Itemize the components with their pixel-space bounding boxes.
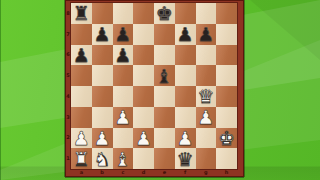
- file-label-c: c: [113, 169, 134, 176]
- square-c7[interactable]: ♟: [113, 24, 134, 45]
- square-a4[interactable]: [71, 86, 92, 107]
- square-h4[interactable]: [216, 86, 237, 107]
- square-h6[interactable]: [216, 45, 237, 66]
- square-g4[interactable]: ♛: [196, 86, 217, 107]
- square-b3[interactable]: [92, 107, 113, 128]
- piece-black-pawn[interactable]: ♟: [177, 24, 194, 44]
- square-g8[interactable]: [196, 3, 217, 24]
- square-e4[interactable]: [154, 86, 175, 107]
- file-label-d: d: [133, 169, 154, 176]
- square-f5[interactable]: [175, 65, 196, 86]
- square-g2[interactable]: [196, 128, 217, 149]
- square-g3[interactable]: ♟: [196, 107, 217, 128]
- square-e1[interactable]: [154, 148, 175, 169]
- piece-black-pawn[interactable]: ♟: [73, 44, 90, 64]
- square-d5[interactable]: [133, 65, 154, 86]
- square-d3[interactable]: [133, 107, 154, 128]
- piece-white-king[interactable]: ♚: [218, 127, 235, 147]
- piece-white-pawn[interactable]: ♟: [114, 107, 131, 127]
- board-frame: 87654321 abcdefgh ♜♚♟♟♟♟♟♟♝♛♟♟♟♟♟♟♚♜♞♝♛: [65, 0, 244, 177]
- square-a6[interactable]: ♟: [71, 45, 92, 66]
- square-b5[interactable]: [92, 65, 113, 86]
- chess-board[interactable]: ♜♚♟♟♟♟♟♟♝♛♟♟♟♟♟♟♚♜♞♝♛: [71, 3, 237, 169]
- square-a3[interactable]: [71, 107, 92, 128]
- square-b1[interactable]: ♞: [92, 148, 113, 169]
- square-f1[interactable]: ♛: [175, 148, 196, 169]
- square-b4[interactable]: [92, 86, 113, 107]
- piece-white-knight[interactable]: ♞: [94, 148, 111, 168]
- file-label-h: h: [216, 169, 237, 176]
- square-c4[interactable]: [113, 86, 134, 107]
- square-c8[interactable]: [113, 3, 134, 24]
- square-d4[interactable]: [133, 86, 154, 107]
- square-g1[interactable]: [196, 148, 217, 169]
- square-a7[interactable]: [71, 24, 92, 45]
- square-f8[interactable]: [175, 3, 196, 24]
- square-e7[interactable]: [154, 24, 175, 45]
- square-h7[interactable]: [216, 24, 237, 45]
- file-label-g: g: [196, 169, 217, 176]
- square-a5[interactable]: [71, 65, 92, 86]
- square-a2[interactable]: ♟: [71, 128, 92, 149]
- file-label-e: e: [154, 169, 175, 176]
- square-c3[interactable]: ♟: [113, 107, 134, 128]
- left-edge-line: [0, 0, 1, 180]
- square-c5[interactable]: [113, 65, 134, 86]
- square-f4[interactable]: [175, 86, 196, 107]
- piece-black-pawn[interactable]: ♟: [94, 24, 111, 44]
- square-g7[interactable]: ♟: [196, 24, 217, 45]
- square-b6[interactable]: [92, 45, 113, 66]
- square-c1[interactable]: ♝: [113, 148, 134, 169]
- piece-white-pawn[interactable]: ♟: [73, 127, 90, 147]
- square-h1[interactable]: [216, 148, 237, 169]
- square-d6[interactable]: [133, 45, 154, 66]
- square-e5[interactable]: ♝: [154, 65, 175, 86]
- piece-white-queen[interactable]: ♛: [197, 86, 214, 106]
- piece-black-king[interactable]: ♚: [156, 3, 173, 23]
- file-label-b: b: [92, 169, 113, 176]
- piece-black-pawn[interactable]: ♟: [197, 24, 214, 44]
- piece-white-pawn[interactable]: ♟: [94, 127, 111, 147]
- piece-white-pawn[interactable]: ♟: [135, 127, 152, 147]
- square-d7[interactable]: [133, 24, 154, 45]
- square-c6[interactable]: ♟: [113, 45, 134, 66]
- file-label-f: f: [175, 169, 196, 176]
- square-f2[interactable]: ♟: [175, 128, 196, 149]
- square-g6[interactable]: [196, 45, 217, 66]
- piece-white-bishop[interactable]: ♝: [114, 148, 131, 168]
- square-f6[interactable]: [175, 45, 196, 66]
- square-c2[interactable]: [113, 128, 134, 149]
- piece-white-rook[interactable]: ♜: [73, 148, 90, 168]
- piece-black-rook[interactable]: ♜: [73, 3, 90, 23]
- square-d1[interactable]: [133, 148, 154, 169]
- piece-black-bishop[interactable]: ♝: [156, 65, 173, 85]
- square-f7[interactable]: ♟: [175, 24, 196, 45]
- square-f3[interactable]: [175, 107, 196, 128]
- square-h3[interactable]: [216, 107, 237, 128]
- square-a1[interactable]: ♜: [71, 148, 92, 169]
- square-g5[interactable]: [196, 65, 217, 86]
- square-d2[interactable]: ♟: [133, 128, 154, 149]
- square-a8[interactable]: ♜: [71, 3, 92, 24]
- square-e2[interactable]: [154, 128, 175, 149]
- piece-black-pawn[interactable]: ♟: [114, 44, 131, 64]
- square-e8[interactable]: ♚: [154, 3, 175, 24]
- square-d8[interactable]: [133, 3, 154, 24]
- piece-black-pawn[interactable]: ♟: [114, 24, 131, 44]
- square-b8[interactable]: [92, 3, 113, 24]
- square-h5[interactable]: [216, 65, 237, 86]
- file-label-a: a: [71, 169, 92, 176]
- piece-black-queen[interactable]: ♛: [177, 148, 194, 168]
- app-background: 87654321 abcdefgh ♜♚♟♟♟♟♟♟♝♛♟♟♟♟♟♟♚♜♞♝♛: [0, 0, 320, 180]
- square-e3[interactable]: [154, 107, 175, 128]
- square-h8[interactable]: [216, 3, 237, 24]
- piece-white-pawn[interactable]: ♟: [177, 127, 194, 147]
- square-b7[interactable]: ♟: [92, 24, 113, 45]
- piece-white-pawn[interactable]: ♟: [197, 107, 214, 127]
- square-h2[interactable]: ♚: [216, 128, 237, 149]
- square-b2[interactable]: ♟: [92, 128, 113, 149]
- square-e6[interactable]: [154, 45, 175, 66]
- file-labels: abcdefgh: [71, 169, 237, 176]
